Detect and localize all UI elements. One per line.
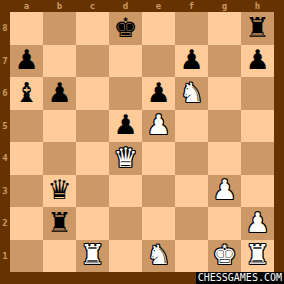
square-h3[interactable] bbox=[241, 175, 274, 208]
square-a7[interactable]: ♟ bbox=[10, 45, 43, 78]
square-d4[interactable]: ♛ bbox=[109, 142, 142, 175]
square-c1[interactable]: ♜ bbox=[76, 240, 109, 273]
square-g8[interactable] bbox=[208, 12, 241, 45]
white-pawn[interactable]: ♟ bbox=[212, 176, 236, 203]
rank-label-6: 6 bbox=[0, 77, 10, 110]
file-label-a: a bbox=[10, 0, 43, 12]
square-a2[interactable] bbox=[10, 207, 43, 240]
square-b3[interactable]: ♛ bbox=[43, 175, 76, 208]
black-rook[interactable]: ♜ bbox=[47, 209, 71, 236]
square-h8[interactable]: ♜ bbox=[241, 12, 274, 45]
square-a4[interactable] bbox=[10, 142, 43, 175]
square-e8[interactable] bbox=[142, 12, 175, 45]
file-label-d: d bbox=[109, 0, 142, 12]
rank-labels-column: 87654321 bbox=[0, 12, 10, 272]
square-f2[interactable] bbox=[175, 207, 208, 240]
square-b6[interactable]: ♟ bbox=[43, 77, 76, 110]
square-g4[interactable] bbox=[208, 142, 241, 175]
square-b8[interactable] bbox=[43, 12, 76, 45]
square-h7[interactable]: ♟ bbox=[241, 45, 274, 78]
square-e6[interactable]: ♟ bbox=[142, 77, 175, 110]
square-d2[interactable] bbox=[109, 207, 142, 240]
square-b7[interactable] bbox=[43, 45, 76, 78]
square-c6[interactable] bbox=[76, 77, 109, 110]
white-rook[interactable]: ♜ bbox=[80, 241, 104, 268]
rank-label-2: 2 bbox=[0, 207, 10, 240]
square-c2[interactable] bbox=[76, 207, 109, 240]
black-pawn[interactable]: ♟ bbox=[14, 46, 38, 73]
white-knight[interactable]: ♞ bbox=[179, 79, 203, 106]
square-b2[interactable]: ♜ bbox=[43, 207, 76, 240]
black-bishop[interactable]: ♝ bbox=[14, 79, 38, 106]
square-h2[interactable]: ♟ bbox=[241, 207, 274, 240]
file-label-g: g bbox=[208, 0, 241, 12]
rank-label-4: 4 bbox=[0, 142, 10, 175]
rank-label-8: 8 bbox=[0, 12, 10, 45]
square-f1[interactable] bbox=[175, 240, 208, 273]
square-c4[interactable] bbox=[76, 142, 109, 175]
rank-label-1: 1 bbox=[0, 240, 10, 273]
square-c7[interactable] bbox=[76, 45, 109, 78]
square-g7[interactable] bbox=[208, 45, 241, 78]
square-g3[interactable]: ♟ bbox=[208, 175, 241, 208]
square-e4[interactable] bbox=[142, 142, 175, 175]
square-h4[interactable] bbox=[241, 142, 274, 175]
white-pawn[interactable]: ♟ bbox=[146, 111, 170, 138]
white-queen[interactable]: ♛ bbox=[113, 144, 137, 171]
square-e2[interactable] bbox=[142, 207, 175, 240]
square-a8[interactable] bbox=[10, 12, 43, 45]
square-f7[interactable]: ♟ bbox=[175, 45, 208, 78]
file-labels-row: abcdefgh bbox=[10, 0, 274, 12]
white-pawn[interactable]: ♟ bbox=[245, 209, 269, 236]
square-c8[interactable] bbox=[76, 12, 109, 45]
square-h5[interactable] bbox=[241, 110, 274, 143]
file-label-e: e bbox=[142, 0, 175, 12]
square-d3[interactable] bbox=[109, 175, 142, 208]
white-rook[interactable]: ♜ bbox=[245, 241, 269, 268]
square-a5[interactable] bbox=[10, 110, 43, 143]
square-d7[interactable] bbox=[109, 45, 142, 78]
rank-label-5: 5 bbox=[0, 110, 10, 143]
square-h1[interactable]: ♜ bbox=[241, 240, 274, 273]
square-d8[interactable]: ♚ bbox=[109, 12, 142, 45]
square-d6[interactable] bbox=[109, 77, 142, 110]
black-pawn[interactable]: ♟ bbox=[146, 79, 170, 106]
white-king[interactable]: ♚ bbox=[212, 241, 236, 268]
square-f6[interactable]: ♞ bbox=[175, 77, 208, 110]
chess-board[interactable]: ♚♜♟♟♟♝♟♟♞♟♟♛♛♟♜♟♜♞♚♜ bbox=[10, 12, 274, 272]
rank-label-7: 7 bbox=[0, 45, 10, 78]
file-label-b: b bbox=[43, 0, 76, 12]
square-a1[interactable] bbox=[10, 240, 43, 273]
square-f5[interactable] bbox=[175, 110, 208, 143]
square-a3[interactable] bbox=[10, 175, 43, 208]
chess-diagram: abcdefgh 87654321 ♚♜♟♟♟♝♟♟♞♟♟♛♛♟♜♟♜♞♚♜ C… bbox=[0, 0, 284, 284]
black-pawn[interactable]: ♟ bbox=[179, 46, 203, 73]
black-king[interactable]: ♚ bbox=[113, 14, 137, 41]
square-h6[interactable] bbox=[241, 77, 274, 110]
chessgames-watermark: CHESSGAMES.COM bbox=[196, 272, 284, 284]
square-g5[interactable] bbox=[208, 110, 241, 143]
square-g2[interactable] bbox=[208, 207, 241, 240]
square-e3[interactable] bbox=[142, 175, 175, 208]
black-pawn[interactable]: ♟ bbox=[245, 46, 269, 73]
square-f4[interactable] bbox=[175, 142, 208, 175]
square-f8[interactable] bbox=[175, 12, 208, 45]
square-d1[interactable] bbox=[109, 240, 142, 273]
file-label-f: f bbox=[175, 0, 208, 12]
square-g6[interactable] bbox=[208, 77, 241, 110]
black-rook[interactable]: ♜ bbox=[245, 14, 269, 41]
file-label-h: h bbox=[241, 0, 274, 12]
rank-label-3: 3 bbox=[0, 175, 10, 208]
square-a6[interactable]: ♝ bbox=[10, 77, 43, 110]
square-b4[interactable] bbox=[43, 142, 76, 175]
square-d5[interactable]: ♟ bbox=[109, 110, 142, 143]
square-f3[interactable] bbox=[175, 175, 208, 208]
square-b1[interactable] bbox=[43, 240, 76, 273]
black-queen[interactable]: ♛ bbox=[47, 176, 71, 203]
file-label-c: c bbox=[76, 0, 109, 12]
black-pawn[interactable]: ♟ bbox=[113, 111, 137, 138]
white-knight[interactable]: ♞ bbox=[146, 241, 170, 268]
square-g1[interactable]: ♚ bbox=[208, 240, 241, 273]
square-e7[interactable] bbox=[142, 45, 175, 78]
square-e5[interactable]: ♟ bbox=[142, 110, 175, 143]
square-c3[interactable] bbox=[76, 175, 109, 208]
black-pawn[interactable]: ♟ bbox=[47, 79, 71, 106]
square-b5[interactable] bbox=[43, 110, 76, 143]
square-c5[interactable] bbox=[76, 110, 109, 143]
square-e1[interactable]: ♞ bbox=[142, 240, 175, 273]
